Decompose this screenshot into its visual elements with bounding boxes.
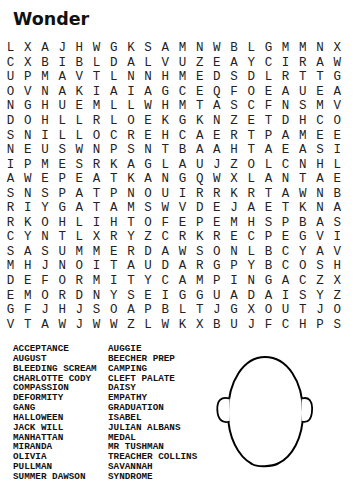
grid-cell[interactable]: B (294, 216, 311, 231)
grid-cell[interactable]: A (105, 201, 122, 216)
grid-cell[interactable]: T (260, 114, 277, 129)
grid-cell[interactable]: A (208, 99, 225, 114)
grid-cell[interactable]: M (71, 245, 88, 260)
grid-cell[interactable]: U (277, 303, 294, 318)
grid-cell[interactable]: C (260, 56, 277, 71)
grid-cell[interactable]: O (294, 259, 311, 274)
grid-cell[interactable]: E (140, 114, 157, 129)
grid-cell[interactable]: L (105, 114, 122, 129)
grid-cell[interactable]: D (2, 274, 19, 289)
grid-cell[interactable]: M (294, 128, 311, 143)
grid-cell[interactable]: A (294, 143, 311, 158)
grid-cell[interactable]: H (243, 216, 260, 231)
grid-cell[interactable]: A (174, 157, 191, 172)
grid-cell[interactable]: B (208, 317, 225, 332)
grid-cell[interactable]: D (105, 56, 122, 71)
grid-cell[interactable]: N (191, 41, 208, 56)
grid-cell[interactable]: M (174, 70, 191, 85)
grid-cell[interactable]: N (2, 143, 19, 158)
grid-cell[interactable]: Z (329, 288, 346, 303)
grid-cell[interactable]: T (122, 216, 139, 231)
grid-cell[interactable]: A (36, 41, 53, 56)
grid-cell[interactable]: V (2, 317, 19, 332)
grid-cell[interactable]: A (311, 56, 328, 71)
grid-cell[interactable]: T (191, 99, 208, 114)
grid-cell[interactable]: V (157, 56, 174, 71)
grid-cell[interactable]: E (2, 288, 19, 303)
grid-cell[interactable]: D (208, 70, 225, 85)
grid-cell[interactable]: P (225, 259, 242, 274)
grid-cell[interactable]: R (208, 186, 225, 201)
grid-cell[interactable]: C (157, 230, 174, 245)
grid-cell[interactable]: P (140, 303, 157, 318)
grid-cell[interactable]: H (105, 216, 122, 231)
grid-cell[interactable]: E (225, 230, 242, 245)
grid-cell[interactable]: A (191, 128, 208, 143)
grid-cell[interactable]: A (140, 85, 157, 100)
grid-cell[interactable]: M (174, 41, 191, 56)
grid-cell[interactable]: W (174, 245, 191, 260)
grid-cell[interactable]: A (174, 259, 191, 274)
grid-cell[interactable]: K (122, 172, 139, 187)
grid-cell[interactable]: G (174, 288, 191, 303)
grid-cell[interactable]: A (260, 143, 277, 158)
grid-cell[interactable]: S (122, 143, 139, 158)
grid-cell[interactable]: Z (140, 230, 157, 245)
grid-cell[interactable]: N (157, 172, 174, 187)
grid-cell[interactable]: L (54, 128, 71, 143)
grid-cell[interactable]: L (2, 41, 19, 56)
grid-cell[interactable]: I (277, 288, 294, 303)
grid-cell[interactable]: S (71, 157, 88, 172)
grid-cell[interactable]: O (243, 157, 260, 172)
grid-cell[interactable]: O (54, 274, 71, 289)
grid-cell[interactable]: D (243, 70, 260, 85)
grid-cell[interactable]: A (122, 259, 139, 274)
grid-cell[interactable]: A (105, 85, 122, 100)
grid-cell[interactable]: O (260, 303, 277, 318)
grid-cell[interactable]: W (140, 99, 157, 114)
grid-cell[interactable]: V (329, 245, 346, 260)
grid-cell[interactable]: I (329, 230, 346, 245)
grid-cell[interactable]: W (19, 172, 36, 187)
grid-cell[interactable]: P (260, 230, 277, 245)
grid-cell[interactable]: G (208, 259, 225, 274)
grid-cell[interactable]: R (191, 259, 208, 274)
grid-cell[interactable]: Y (19, 230, 36, 245)
grid-cell[interactable]: L (54, 114, 71, 129)
grid-cell[interactable]: N (140, 143, 157, 158)
grid-cell[interactable]: J (225, 201, 242, 216)
grid-cell[interactable]: A (311, 172, 328, 187)
grid-cell[interactable]: O (122, 114, 139, 129)
grid-cell[interactable]: L (260, 157, 277, 172)
grid-cell[interactable]: U (54, 245, 71, 260)
grid-cell[interactable]: G (174, 172, 191, 187)
grid-cell[interactable]: U (174, 56, 191, 71)
grid-cell[interactable]: H (157, 99, 174, 114)
grid-cell[interactable]: E (174, 216, 191, 231)
grid-cell[interactable]: H (157, 70, 174, 85)
grid-cell[interactable]: H (19, 259, 36, 274)
grid-cell[interactable]: G (329, 70, 346, 85)
grid-cell[interactable]: C (311, 114, 328, 129)
grid-cell[interactable]: K (157, 114, 174, 129)
grid-cell[interactable]: E (105, 245, 122, 260)
grid-cell[interactable]: T (88, 201, 105, 216)
grid-cell[interactable]: A (122, 303, 139, 318)
grid-cell[interactable]: J (208, 303, 225, 318)
grid-cell[interactable]: C (277, 157, 294, 172)
grid-cell[interactable]: O (243, 85, 260, 100)
grid-cell[interactable]: L (122, 99, 139, 114)
grid-cell[interactable]: A (157, 245, 174, 260)
grid-cell[interactable]: W (208, 41, 225, 56)
grid-cell[interactable]: B (174, 143, 191, 158)
grid-cell[interactable]: R (174, 230, 191, 245)
grid-cell[interactable]: D (2, 114, 19, 129)
grid-cell[interactable]: P (311, 317, 328, 332)
grid-cell[interactable]: M (19, 288, 36, 303)
grid-cell[interactable]: I (105, 274, 122, 289)
grid-cell[interactable]: G (54, 201, 71, 216)
grid-cell[interactable]: F (260, 317, 277, 332)
grid-cell[interactable]: N (36, 85, 53, 100)
grid-cell[interactable]: C (277, 317, 294, 332)
grid-cell[interactable]: N (311, 41, 328, 56)
grid-cell[interactable]: H (36, 114, 53, 129)
grid-cell[interactable]: I (174, 186, 191, 201)
grid-cell[interactable]: S (88, 303, 105, 318)
grid-cell[interactable]: Y (36, 201, 53, 216)
grid-cell[interactable]: L (243, 172, 260, 187)
grid-cell[interactable]: E (260, 85, 277, 100)
grid-cell[interactable]: K (191, 230, 208, 245)
grid-cell[interactable]: V (311, 230, 328, 245)
grid-cell[interactable]: J (71, 303, 88, 318)
grid-cell[interactable]: M (88, 99, 105, 114)
grid-cell[interactable]: B (329, 186, 346, 201)
grid-cell[interactable]: U (191, 157, 208, 172)
grid-cell[interactable]: E (36, 172, 53, 187)
grid-cell[interactable]: F (36, 274, 53, 289)
grid-cell[interactable]: A (329, 201, 346, 216)
grid-cell[interactable]: E (208, 128, 225, 143)
grid-cell[interactable]: A (225, 56, 242, 71)
grid-cell[interactable]: E (19, 274, 36, 289)
grid-cell[interactable]: N (19, 128, 36, 143)
grid-cell[interactable]: M (2, 259, 19, 274)
grid-cell[interactable]: H (157, 128, 174, 143)
grid-cell[interactable]: L (140, 317, 157, 332)
grid-cell[interactable]: X (329, 274, 346, 289)
grid-cell[interactable]: H (294, 317, 311, 332)
grid-cell[interactable]: N (36, 230, 53, 245)
grid-cell[interactable]: C (105, 128, 122, 143)
grid-cell[interactable]: O (105, 303, 122, 318)
grid-cell[interactable]: P (208, 274, 225, 289)
grid-cell[interactable]: T (122, 274, 139, 289)
grid-cell[interactable]: C (243, 230, 260, 245)
grid-cell[interactable]: R (191, 186, 208, 201)
grid-cell[interactable]: P (260, 128, 277, 143)
grid-cell[interactable]: F (19, 303, 36, 318)
grid-cell[interactable]: L (105, 99, 122, 114)
grid-cell[interactable]: W (157, 317, 174, 332)
grid-cell[interactable]: R (122, 245, 139, 260)
grid-cell[interactable]: R (122, 128, 139, 143)
grid-cell[interactable]: C (2, 56, 19, 71)
grid-cell[interactable]: G (105, 41, 122, 56)
grid-cell[interactable]: A (122, 157, 139, 172)
grid-cell[interactable]: W (88, 41, 105, 56)
grid-cell[interactable]: U (2, 70, 19, 85)
grid-cell[interactable]: I (2, 157, 19, 172)
grid-cell[interactable]: D (243, 288, 260, 303)
grid-cell[interactable]: T (157, 143, 174, 158)
grid-cell[interactable]: S (2, 128, 19, 143)
grid-cell[interactable]: X (191, 317, 208, 332)
grid-cell[interactable]: N (294, 157, 311, 172)
grid-cell[interactable]: A (277, 85, 294, 100)
grid-cell[interactable]: I (88, 259, 105, 274)
grid-cell[interactable]: A (208, 143, 225, 158)
grid-cell[interactable]: L (329, 157, 346, 172)
grid-cell[interactable]: R (243, 186, 260, 201)
grid-cell[interactable]: D (191, 201, 208, 216)
grid-cell[interactable]: A (71, 201, 88, 216)
grid-cell[interactable]: M (36, 70, 53, 85)
grid-cell[interactable]: Y (105, 288, 122, 303)
grid-cell[interactable]: S (294, 99, 311, 114)
grid-cell[interactable]: C (277, 245, 294, 260)
grid-cell[interactable]: W (208, 172, 225, 187)
grid-cell[interactable]: U (225, 317, 242, 332)
grid-cell[interactable]: N (88, 288, 105, 303)
grid-cell[interactable]: A (174, 274, 191, 289)
grid-cell[interactable]: R (105, 230, 122, 245)
grid-cell[interactable]: T (294, 303, 311, 318)
grid-cell[interactable]: V (174, 201, 191, 216)
grid-cell[interactable]: C (277, 259, 294, 274)
grid-cell[interactable]: M (122, 201, 139, 216)
grid-cell[interactable]: T (54, 230, 71, 245)
grid-cell[interactable]: S (36, 186, 53, 201)
grid-cell[interactable]: E (277, 230, 294, 245)
grid-cell[interactable]: E (19, 143, 36, 158)
grid-cell[interactable]: E (140, 288, 157, 303)
grid-cell[interactable]: B (71, 56, 88, 71)
grid-cell[interactable]: S (260, 216, 277, 231)
grid-cell[interactable]: T (243, 128, 260, 143)
grid-cell[interactable]: K (71, 85, 88, 100)
grid-cell[interactable]: F (157, 216, 174, 231)
grid-cell[interactable]: W (157, 201, 174, 216)
grid-cell[interactable]: S (2, 245, 19, 260)
grid-cell[interactable]: C (2, 230, 19, 245)
grid-cell[interactable]: P (191, 216, 208, 231)
grid-cell[interactable]: N (122, 70, 139, 85)
grid-cell[interactable]: P (54, 186, 71, 201)
grid-cell[interactable]: I (277, 56, 294, 71)
grid-cell[interactable]: N (225, 245, 242, 260)
grid-cell[interactable]: E (140, 128, 157, 143)
grid-cell[interactable]: N (54, 259, 71, 274)
grid-cell[interactable]: D (157, 259, 174, 274)
grid-cell[interactable]: J (36, 303, 53, 318)
grid-cell[interactable]: X (329, 41, 346, 56)
grid-cell[interactable]: A (88, 172, 105, 187)
grid-cell[interactable]: R (88, 157, 105, 172)
grid-cell[interactable]: Q (208, 85, 225, 100)
grid-cell[interactable]: B (225, 41, 242, 56)
grid-cell[interactable]: A (2, 172, 19, 187)
grid-cell[interactable]: L (71, 230, 88, 245)
grid-cell[interactable]: E (191, 70, 208, 85)
grid-cell[interactable]: P (105, 143, 122, 158)
grid-cell[interactable]: A (19, 245, 36, 260)
grid-cell[interactable]: T (105, 259, 122, 274)
grid-cell[interactable]: N (277, 172, 294, 187)
grid-cell[interactable]: H (54, 216, 71, 231)
grid-cell[interactable]: O (19, 114, 36, 129)
grid-cell[interactable]: L (71, 114, 88, 129)
grid-cell[interactable]: H (54, 303, 71, 318)
grid-cell[interactable]: A (277, 186, 294, 201)
grid-cell[interactable]: Z (225, 157, 242, 172)
grid-cell[interactable]: X (88, 230, 105, 245)
grid-cell[interactable]: A (277, 128, 294, 143)
grid-cell[interactable]: Y (243, 56, 260, 71)
grid-cell[interactable]: H (225, 143, 242, 158)
grid-cell[interactable]: E (191, 85, 208, 100)
grid-cell[interactable]: N (277, 99, 294, 114)
grid-cell[interactable]: L (260, 70, 277, 85)
grid-cell[interactable]: X (225, 172, 242, 187)
grid-cell[interactable]: K (105, 157, 122, 172)
grid-cell[interactable]: M (88, 245, 105, 260)
grid-cell[interactable]: M (277, 41, 294, 56)
grid-cell[interactable]: R (294, 56, 311, 71)
grid-cell[interactable]: S (36, 245, 53, 260)
grid-cell[interactable]: P (54, 172, 71, 187)
grid-cell[interactable]: E (311, 128, 328, 143)
grid-cell[interactable]: S (191, 245, 208, 260)
grid-cell[interactable]: E (208, 216, 225, 231)
grid-cell[interactable]: F (260, 99, 277, 114)
grid-cell[interactable]: M (225, 216, 242, 231)
grid-cell[interactable]: R (71, 274, 88, 289)
grid-cell[interactable]: G (2, 303, 19, 318)
grid-cell[interactable]: S (140, 201, 157, 216)
grid-cell[interactable]: I (329, 143, 346, 158)
grid-cell[interactable]: P (19, 70, 36, 85)
grid-cell[interactable]: S (54, 143, 71, 158)
grid-cell[interactable]: T (243, 143, 260, 158)
grid-cell[interactable]: I (88, 216, 105, 231)
grid-cell[interactable]: V (71, 70, 88, 85)
grid-cell[interactable]: A (157, 41, 174, 56)
grid-cell[interactable]: Z (311, 274, 328, 289)
grid-cell[interactable]: A (140, 172, 157, 187)
grid-cell[interactable]: G (294, 230, 311, 245)
grid-cell[interactable]: B (36, 56, 53, 71)
grid-cell[interactable]: E (54, 157, 71, 172)
grid-cell[interactable]: N (243, 274, 260, 289)
grid-cell[interactable]: S (225, 99, 242, 114)
grid-cell[interactable]: U (36, 143, 53, 158)
grid-cell[interactable]: G (19, 99, 36, 114)
grid-cell[interactable]: J (71, 317, 88, 332)
grid-cell[interactable]: R (208, 230, 225, 245)
grid-cell[interactable]: B (260, 259, 277, 274)
grid-cell[interactable]: T (105, 172, 122, 187)
grid-cell[interactable]: E (71, 172, 88, 187)
grid-cell[interactable]: O (88, 128, 105, 143)
grid-cell[interactable]: U (208, 288, 225, 303)
grid-cell[interactable]: E (329, 128, 346, 143)
grid-cell[interactable]: W (294, 186, 311, 201)
grid-cell[interactable]: S (311, 143, 328, 158)
grid-cell[interactable]: T (294, 70, 311, 85)
grid-cell[interactable]: I (225, 274, 242, 289)
grid-cell[interactable]: Q (191, 172, 208, 187)
grid-cell[interactable]: H (71, 41, 88, 56)
grid-cell[interactable]: S (140, 41, 157, 56)
grid-cell[interactable]: O (208, 245, 225, 260)
grid-cell[interactable]: S (2, 186, 19, 201)
grid-cell[interactable]: T (191, 303, 208, 318)
grid-cell[interactable]: O (36, 216, 53, 231)
grid-cell[interactable]: Z (191, 56, 208, 71)
grid-cell[interactable]: U (54, 99, 71, 114)
grid-cell[interactable]: A (191, 143, 208, 158)
grid-cell[interactable]: E (329, 172, 346, 187)
grid-cell[interactable]: J (311, 303, 328, 318)
grid-cell[interactable]: X (19, 56, 36, 71)
grid-cell[interactable]: L (71, 128, 88, 143)
grid-cell[interactable]: B (157, 303, 174, 318)
grid-cell[interactable]: F (225, 85, 242, 100)
grid-cell[interactable]: D (277, 114, 294, 129)
grid-cell[interactable]: R (277, 70, 294, 85)
grid-cell[interactable]: G (157, 85, 174, 100)
grid-cell[interactable]: N (140, 70, 157, 85)
grid-cell[interactable]: G (191, 288, 208, 303)
grid-cell[interactable]: Y (140, 274, 157, 289)
grid-cell[interactable]: O (329, 303, 346, 318)
grid-cell[interactable]: Y (311, 288, 328, 303)
grid-cell[interactable]: J (243, 317, 260, 332)
grid-cell[interactable]: C (294, 274, 311, 289)
grid-cell[interactable]: J (36, 259, 53, 274)
grid-cell[interactable]: A (225, 288, 242, 303)
grid-cell[interactable]: W (329, 56, 346, 71)
grid-cell[interactable]: T (260, 186, 277, 201)
grid-cell[interactable]: G (174, 114, 191, 129)
grid-cell[interactable]: T (294, 172, 311, 187)
grid-cell[interactable]: U (157, 186, 174, 201)
grid-cell[interactable]: Y (243, 259, 260, 274)
grid-cell[interactable]: N (122, 186, 139, 201)
grid-cell[interactable]: H (36, 99, 53, 114)
grid-cell[interactable]: I (157, 288, 174, 303)
grid-cell[interactable]: T (277, 201, 294, 216)
grid-cell[interactable]: O (329, 114, 346, 129)
grid-cell[interactable]: Y (294, 245, 311, 260)
grid-cell[interactable]: H (311, 157, 328, 172)
grid-cell[interactable]: D (140, 245, 157, 260)
